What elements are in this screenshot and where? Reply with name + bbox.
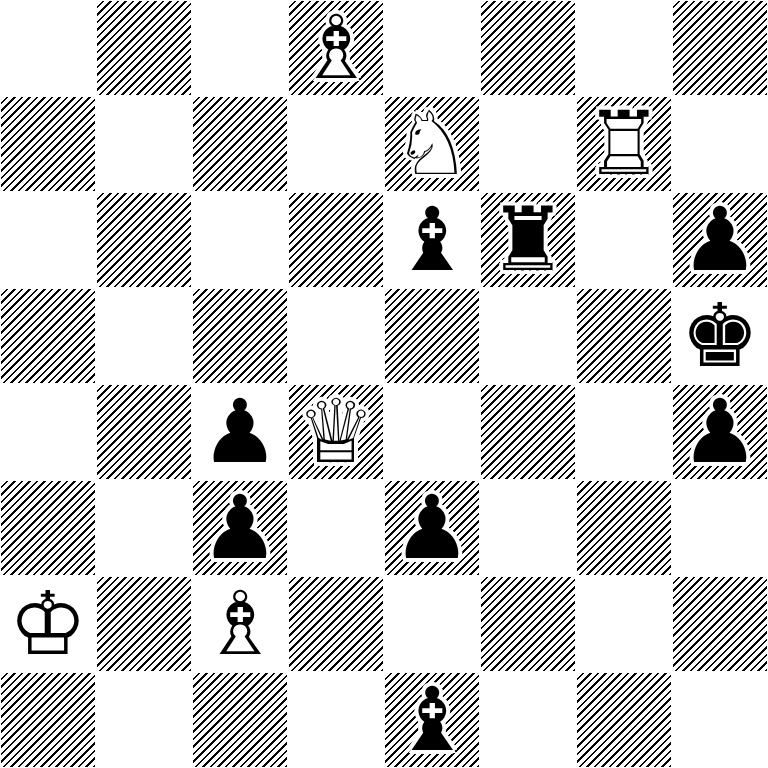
square-g3[interactable]: [576, 480, 672, 576]
square-c7[interactable]: [192, 96, 288, 192]
square-g2[interactable]: [576, 576, 672, 672]
square-b2[interactable]: [96, 576, 192, 672]
piece-black-rook-f6[interactable]: ♜♜: [480, 192, 576, 288]
square-b1[interactable]: [96, 672, 192, 768]
piece-black-bishop-e1[interactable]: ♝♝: [384, 672, 480, 768]
piece-black-pawn-c3[interactable]: ♟♟: [192, 480, 288, 576]
square-a3[interactable]: [0, 480, 96, 576]
white-king-icon: ♔: [0, 576, 96, 672]
square-f8[interactable]: [480, 0, 576, 96]
square-c4[interactable]: ♟♟: [192, 384, 288, 480]
piece-white-rook-g7[interactable]: ♜♖: [576, 96, 672, 192]
square-e1[interactable]: ♝♝: [384, 672, 480, 768]
square-d3[interactable]: [288, 480, 384, 576]
piece-white-bishop-d8[interactable]: ♝♗: [288, 0, 384, 96]
square-c5[interactable]: [192, 288, 288, 384]
black-pawn-icon: ♟: [192, 384, 288, 480]
square-e3[interactable]: ♟♟: [384, 480, 480, 576]
square-a4[interactable]: [0, 384, 96, 480]
square-b7[interactable]: [96, 96, 192, 192]
square-e4[interactable]: [384, 384, 480, 480]
square-g6[interactable]: [576, 192, 672, 288]
square-b4[interactable]: [96, 384, 192, 480]
square-a1[interactable]: [0, 672, 96, 768]
square-d4[interactable]: ♛♕: [288, 384, 384, 480]
square-f7[interactable]: [480, 96, 576, 192]
piece-black-pawn-h6[interactable]: ♟♟: [672, 192, 768, 288]
square-e7[interactable]: ♞♘: [384, 96, 480, 192]
square-b8[interactable]: [96, 0, 192, 96]
black-rook-icon: ♜: [480, 192, 576, 288]
piece-black-bishop-e6[interactable]: ♝♝: [384, 192, 480, 288]
square-c2[interactable]: ♝♗: [192, 576, 288, 672]
black-pawn-icon: ♟: [672, 384, 768, 480]
piece-black-pawn-e3[interactable]: ♟♟: [384, 480, 480, 576]
square-d8[interactable]: ♝♗: [288, 0, 384, 96]
square-d5[interactable]: [288, 288, 384, 384]
white-bishop-icon: ♗: [192, 576, 288, 672]
square-h2[interactable]: [672, 576, 768, 672]
square-h8[interactable]: [672, 0, 768, 96]
chess-board: ♝♗♞♘♜♖♝♝♜♜♟♟♚♚♟♟♛♕♟♟♟♟♟♟♚♔♝♗♝♝: [0, 0, 768, 768]
square-a6[interactable]: [0, 192, 96, 288]
black-pawn-icon: ♟: [672, 192, 768, 288]
black-pawn-icon: ♟: [384, 480, 480, 576]
square-c8[interactable]: [192, 0, 288, 96]
chess-diagram: ♝♗♞♘♜♖♝♝♜♜♟♟♚♚♟♟♛♕♟♟♟♟♟♟♚♔♝♗♝♝: [0, 0, 768, 768]
square-b3[interactable]: [96, 480, 192, 576]
square-e5[interactable]: [384, 288, 480, 384]
square-g1[interactable]: [576, 672, 672, 768]
black-pawn-icon: ♟: [192, 480, 288, 576]
piece-black-king-h5[interactable]: ♚♚: [672, 288, 768, 384]
square-d6[interactable]: [288, 192, 384, 288]
white-knight-icon: ♘: [384, 96, 480, 192]
square-a2[interactable]: ♚♔: [0, 576, 96, 672]
square-a8[interactable]: [0, 0, 96, 96]
square-d1[interactable]: [288, 672, 384, 768]
piece-black-pawn-h4[interactable]: ♟♟: [672, 384, 768, 480]
square-f5[interactable]: [480, 288, 576, 384]
piece-white-queen-d4[interactable]: ♛♕: [288, 384, 384, 480]
square-a5[interactable]: [0, 288, 96, 384]
square-e6[interactable]: ♝♝: [384, 192, 480, 288]
square-h4[interactable]: ♟♟: [672, 384, 768, 480]
square-f1[interactable]: [480, 672, 576, 768]
square-f6[interactable]: ♜♜: [480, 192, 576, 288]
black-king-icon: ♚: [672, 288, 768, 384]
square-f4[interactable]: [480, 384, 576, 480]
square-h5[interactable]: ♚♚: [672, 288, 768, 384]
square-f2[interactable]: [480, 576, 576, 672]
square-h3[interactable]: [672, 480, 768, 576]
square-c1[interactable]: [192, 672, 288, 768]
square-a7[interactable]: [0, 96, 96, 192]
square-f3[interactable]: [480, 480, 576, 576]
square-g4[interactable]: [576, 384, 672, 480]
square-c3[interactable]: ♟♟: [192, 480, 288, 576]
black-bishop-icon: ♝: [384, 672, 480, 768]
square-g5[interactable]: [576, 288, 672, 384]
white-rook-icon: ♖: [576, 96, 672, 192]
square-h1[interactable]: [672, 672, 768, 768]
white-queen-icon: ♕: [288, 384, 384, 480]
square-b6[interactable]: [96, 192, 192, 288]
square-d7[interactable]: [288, 96, 384, 192]
piece-white-bishop-c2[interactable]: ♝♗: [192, 576, 288, 672]
square-h6[interactable]: ♟♟: [672, 192, 768, 288]
white-bishop-icon: ♗: [288, 0, 384, 96]
square-c6[interactable]: [192, 192, 288, 288]
square-h7[interactable]: [672, 96, 768, 192]
square-e8[interactable]: [384, 0, 480, 96]
square-d2[interactable]: [288, 576, 384, 672]
square-e2[interactable]: [384, 576, 480, 672]
piece-black-pawn-c4[interactable]: ♟♟: [192, 384, 288, 480]
piece-white-knight-e7[interactable]: ♞♘: [384, 96, 480, 192]
square-g7[interactable]: ♜♖: [576, 96, 672, 192]
square-b5[interactable]: [96, 288, 192, 384]
square-g8[interactable]: [576, 0, 672, 96]
piece-white-king-a2[interactable]: ♚♔: [0, 576, 96, 672]
black-bishop-icon: ♝: [384, 192, 480, 288]
